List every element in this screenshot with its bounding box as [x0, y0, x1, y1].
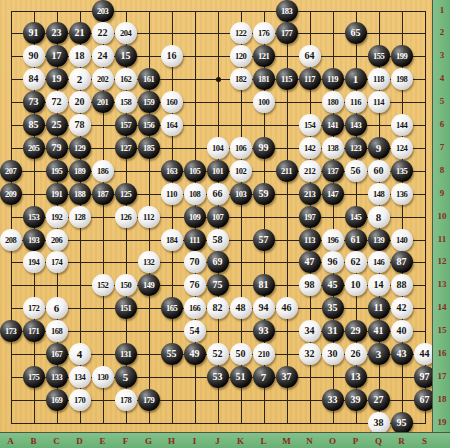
stone-black-95: 95: [391, 412, 413, 434]
stone-black-85: 85: [23, 114, 45, 136]
stone-white-148: 148: [368, 183, 390, 205]
row-label: 10: [433, 211, 450, 221]
stone-white-88: 88: [391, 274, 413, 296]
column-label: P: [346, 436, 366, 446]
stone-black-143: 143: [345, 114, 367, 136]
stone-black-11: 11: [368, 297, 390, 319]
stone-black-157: 157: [115, 114, 137, 136]
row-label: 3: [433, 50, 450, 60]
stone-black-181: 181: [253, 68, 275, 90]
stone-white-202: 202: [92, 68, 114, 90]
stone-black-121: 121: [253, 45, 275, 67]
column-label: E: [93, 436, 113, 446]
stone-white-130: 130: [92, 366, 114, 388]
row-label: 2: [433, 27, 450, 37]
stone-white-4: 4: [69, 343, 91, 365]
stone-white-176: 176: [253, 22, 275, 44]
stone-white-196: 196: [322, 229, 344, 251]
stone-white-208: 208: [0, 229, 22, 251]
stone-white-198: 198: [391, 68, 413, 90]
column-label: C: [47, 436, 67, 446]
stone-black-37: 37: [276, 366, 298, 388]
stone-black-109: 109: [184, 206, 206, 228]
stone-black-99: 99: [253, 137, 275, 159]
stone-white-164: 164: [161, 114, 183, 136]
stone-black-213: 213: [299, 183, 321, 205]
stone-white-126: 126: [115, 206, 137, 228]
stone-white-24: 24: [92, 45, 114, 67]
row-label: 18: [433, 394, 450, 404]
stone-black-119: 119: [322, 68, 344, 90]
stone-black-189: 189: [69, 160, 91, 182]
stone-black-17: 17: [46, 45, 68, 67]
stone-white-166: 166: [184, 297, 206, 319]
stone-black-123: 123: [345, 137, 367, 159]
stone-white-102: 102: [230, 160, 252, 182]
column-label: M: [277, 436, 297, 446]
column-coordinate-strip: ABCDEFGHIJKLMNOPQRS: [0, 432, 450, 448]
stone-black-179: 179: [138, 389, 160, 411]
stone-white-138: 138: [322, 137, 344, 159]
stone-black-161: 161: [138, 68, 160, 90]
stone-white-182: 182: [230, 68, 252, 90]
row-label: 1: [433, 5, 450, 15]
go-board-screenshot: 2031839123212220412217617765901718241516…: [0, 0, 450, 448]
stone-black-171: 171: [23, 320, 45, 342]
stone-white-186: 186: [92, 160, 114, 182]
column-label: N: [300, 436, 320, 446]
stone-black-21: 21: [69, 22, 91, 44]
stone-black-9: 9: [368, 137, 390, 159]
stone-black-156: 156: [138, 114, 160, 136]
column-label: A: [1, 436, 21, 446]
stone-black-69: 69: [207, 251, 229, 273]
stone-white-38: 38: [368, 412, 390, 434]
stone-white-184: 184: [161, 229, 183, 251]
row-label: 19: [433, 417, 450, 427]
stone-white-194: 194: [23, 251, 45, 273]
stone-black-203: 203: [92, 0, 114, 22]
stone-white-172: 172: [23, 297, 45, 319]
stone-white-32: 32: [299, 343, 321, 365]
row-label: 7: [433, 142, 450, 152]
stone-black-185: 185: [138, 137, 160, 159]
stone-black-163: 163: [161, 160, 183, 182]
stone-white-40: 40: [391, 320, 413, 342]
stone-white-122: 122: [230, 22, 252, 44]
stone-black-25: 25: [46, 114, 68, 136]
stone-black-53: 53: [207, 366, 229, 388]
stone-white-106: 106: [230, 137, 252, 159]
stone-white-100: 100: [253, 91, 275, 113]
stone-black-137: 137: [322, 160, 344, 182]
stone-white-150: 150: [115, 274, 137, 296]
stone-black-3: 3: [368, 343, 390, 365]
stone-white-18: 18: [69, 45, 91, 67]
column-label: F: [116, 436, 136, 446]
stone-white-192: 192: [46, 206, 68, 228]
column-label: D: [70, 436, 90, 446]
stone-black-31: 31: [322, 320, 344, 342]
stone-black-45: 45: [322, 274, 344, 296]
stone-white-158: 158: [115, 91, 137, 113]
column-label: Q: [369, 436, 389, 446]
stone-white-144: 144: [391, 114, 413, 136]
stone-black-193: 193: [23, 229, 45, 251]
stone-white-108: 108: [184, 183, 206, 205]
stone-white-110: 110: [161, 183, 183, 205]
stone-black-127: 127: [115, 137, 137, 159]
stone-black-147: 147: [322, 183, 344, 205]
row-label: 8: [433, 165, 450, 175]
stone-white-62: 62: [345, 251, 367, 273]
stone-black-195: 195: [46, 160, 68, 182]
row-label: 6: [433, 119, 450, 129]
stone-black-197: 197: [299, 206, 321, 228]
stone-white-48: 48: [230, 297, 252, 319]
stone-black-141: 141: [322, 114, 344, 136]
stone-black-169: 169: [46, 389, 68, 411]
stone-black-107: 107: [207, 206, 229, 228]
row-label: 17: [433, 371, 450, 381]
stone-white-170: 170: [69, 389, 91, 411]
row-label: 14: [433, 302, 450, 312]
stone-black-13: 13: [345, 366, 367, 388]
stone-white-114: 114: [368, 91, 390, 113]
go-board[interactable]: 2031839123212220412217617765901718241516…: [0, 0, 450, 448]
stone-white-212: 212: [299, 160, 321, 182]
stone-white-112: 112: [138, 206, 160, 228]
stone-black-51: 51: [230, 366, 252, 388]
row-label: 9: [433, 188, 450, 198]
stone-white-60: 60: [368, 160, 390, 182]
stone-white-180: 180: [322, 91, 344, 113]
stone-black-191: 191: [46, 183, 68, 205]
stone-white-152: 152: [92, 274, 114, 296]
row-label: 12: [433, 256, 450, 266]
stone-black-187: 187: [92, 183, 114, 205]
stone-black-101: 101: [207, 160, 229, 182]
stone-white-118: 118: [368, 68, 390, 90]
stone-white-34: 34: [299, 320, 321, 342]
stone-black-183: 183: [276, 0, 298, 22]
stone-black-87: 87: [391, 251, 413, 273]
stone-white-204: 204: [115, 22, 137, 44]
stone-black-33: 33: [322, 389, 344, 411]
stone-black-7: 7: [253, 366, 275, 388]
stone-black-105: 105: [184, 160, 206, 182]
stone-black-159: 159: [138, 91, 160, 113]
stone-white-22: 22: [92, 22, 114, 44]
star-point: [216, 77, 221, 82]
stone-black-117: 117: [299, 68, 321, 90]
stone-white-30: 30: [322, 343, 344, 365]
stone-black-15: 15: [115, 45, 137, 67]
stone-black-131: 131: [115, 343, 137, 365]
stone-black-205: 205: [23, 137, 45, 159]
stone-black-61: 61: [345, 229, 367, 251]
stone-black-59: 59: [253, 183, 275, 205]
stone-black-79: 79: [46, 137, 68, 159]
row-label: 13: [433, 279, 450, 289]
stone-white-72: 72: [46, 91, 68, 113]
stone-black-93: 93: [253, 320, 275, 342]
stone-black-149: 149: [138, 274, 160, 296]
row-coordinate-strip: 12345678910111213141516171819: [432, 0, 450, 448]
stone-white-98: 98: [299, 274, 321, 296]
stone-white-154: 154: [299, 114, 321, 136]
stone-black-29: 29: [345, 320, 367, 342]
stone-white-78: 78: [69, 114, 91, 136]
stone-black-153: 153: [23, 206, 45, 228]
stone-white-160: 160: [161, 91, 183, 113]
stone-white-82: 82: [207, 297, 229, 319]
stone-black-115: 115: [276, 68, 298, 90]
column-label: R: [392, 436, 412, 446]
stone-white-10: 10: [345, 274, 367, 296]
stone-white-168: 168: [46, 320, 68, 342]
stone-black-151: 151: [115, 297, 137, 319]
stone-white-64: 64: [299, 45, 321, 67]
stone-white-134: 134: [69, 366, 91, 388]
stone-white-84: 84: [23, 68, 45, 90]
row-label: 4: [433, 73, 450, 83]
stone-black-167: 167: [46, 343, 68, 365]
stone-white-210: 210: [253, 343, 275, 365]
stone-black-113: 113: [299, 229, 321, 251]
stone-white-6: 6: [46, 297, 68, 319]
column-label: L: [254, 436, 274, 446]
stone-black-145: 145: [345, 206, 367, 228]
stone-black-75: 75: [207, 274, 229, 296]
stone-black-27: 27: [368, 389, 390, 411]
stone-white-94: 94: [253, 297, 275, 319]
stone-black-47: 47: [299, 251, 321, 273]
stone-black-43: 43: [391, 343, 413, 365]
stone-black-207: 207: [0, 160, 22, 182]
stone-white-174: 174: [46, 251, 68, 273]
stone-white-140: 140: [391, 229, 413, 251]
stone-black-155: 155: [368, 45, 390, 67]
stone-white-116: 116: [345, 91, 367, 113]
stone-white-120: 120: [230, 45, 252, 67]
stone-black-111: 111: [184, 229, 206, 251]
stone-white-206: 206: [46, 229, 68, 251]
stone-black-5: 5: [115, 366, 137, 388]
stone-black-201: 201: [92, 91, 114, 113]
stone-black-209: 209: [0, 183, 22, 205]
stone-black-1: 1: [345, 68, 367, 90]
stone-white-50: 50: [230, 343, 252, 365]
stone-white-104: 104: [207, 137, 229, 159]
stone-white-76: 76: [184, 274, 206, 296]
stone-black-81: 81: [253, 274, 275, 296]
stone-black-133: 133: [46, 366, 68, 388]
stone-white-124: 124: [391, 137, 413, 159]
stone-black-211: 211: [276, 160, 298, 182]
stone-black-55: 55: [161, 343, 183, 365]
column-label: O: [323, 436, 343, 446]
column-label: I: [185, 436, 205, 446]
stone-white-8: 8: [368, 206, 390, 228]
stone-black-49: 49: [184, 343, 206, 365]
stone-white-142: 142: [299, 137, 321, 159]
stone-black-73: 73: [23, 91, 45, 113]
stone-black-65: 65: [345, 22, 367, 44]
stone-black-135: 135: [391, 160, 413, 182]
stone-black-103: 103: [230, 183, 252, 205]
stone-white-16: 16: [161, 45, 183, 67]
stone-black-41: 41: [368, 320, 390, 342]
stone-black-35: 35: [322, 297, 344, 319]
stone-black-177: 177: [276, 22, 298, 44]
grid-line-horizontal: [11, 11, 426, 12]
column-label: J: [208, 436, 228, 446]
stone-black-139: 139: [368, 229, 390, 251]
stone-white-96: 96: [322, 251, 344, 273]
column-label: B: [24, 436, 44, 446]
stone-white-70: 70: [184, 251, 206, 273]
stone-white-26: 26: [345, 343, 367, 365]
stone-white-66: 66: [207, 183, 229, 205]
stone-black-91: 91: [23, 22, 45, 44]
stone-white-128: 128: [69, 206, 91, 228]
stone-white-2: 2: [69, 68, 91, 90]
stone-white-14: 14: [368, 274, 390, 296]
column-label: G: [139, 436, 159, 446]
row-label: 5: [433, 96, 450, 106]
stone-white-146: 146: [368, 251, 390, 273]
stone-black-165: 165: [161, 297, 183, 319]
row-label: 11: [433, 234, 450, 244]
stone-white-56: 56: [345, 160, 367, 182]
stone-black-19: 19: [46, 68, 68, 90]
stone-black-188: 188: [69, 183, 91, 205]
stone-white-90: 90: [23, 45, 45, 67]
stone-white-136: 136: [391, 183, 413, 205]
stone-white-42: 42: [391, 297, 413, 319]
stone-black-129: 129: [69, 137, 91, 159]
stone-white-54: 54: [184, 320, 206, 342]
stone-black-39: 39: [345, 389, 367, 411]
grid-line-horizontal: [11, 423, 426, 424]
column-label: H: [162, 436, 182, 446]
stone-black-57: 57: [253, 229, 275, 251]
stone-white-46: 46: [276, 297, 298, 319]
stone-white-58: 58: [207, 229, 229, 251]
stone-white-20: 20: [69, 91, 91, 113]
stone-black-23: 23: [46, 22, 68, 44]
stone-black-125: 125: [115, 183, 137, 205]
stone-white-52: 52: [207, 343, 229, 365]
column-label: S: [415, 436, 435, 446]
column-label: K: [231, 436, 251, 446]
stone-white-178: 178: [115, 389, 137, 411]
stone-black-175: 175: [23, 366, 45, 388]
stone-white-162: 162: [115, 68, 137, 90]
stone-white-132: 132: [138, 251, 160, 273]
row-label: 15: [433, 325, 450, 335]
stone-black-173: 173: [0, 320, 22, 342]
row-label: 16: [433, 348, 450, 358]
stone-black-199: 199: [391, 45, 413, 67]
